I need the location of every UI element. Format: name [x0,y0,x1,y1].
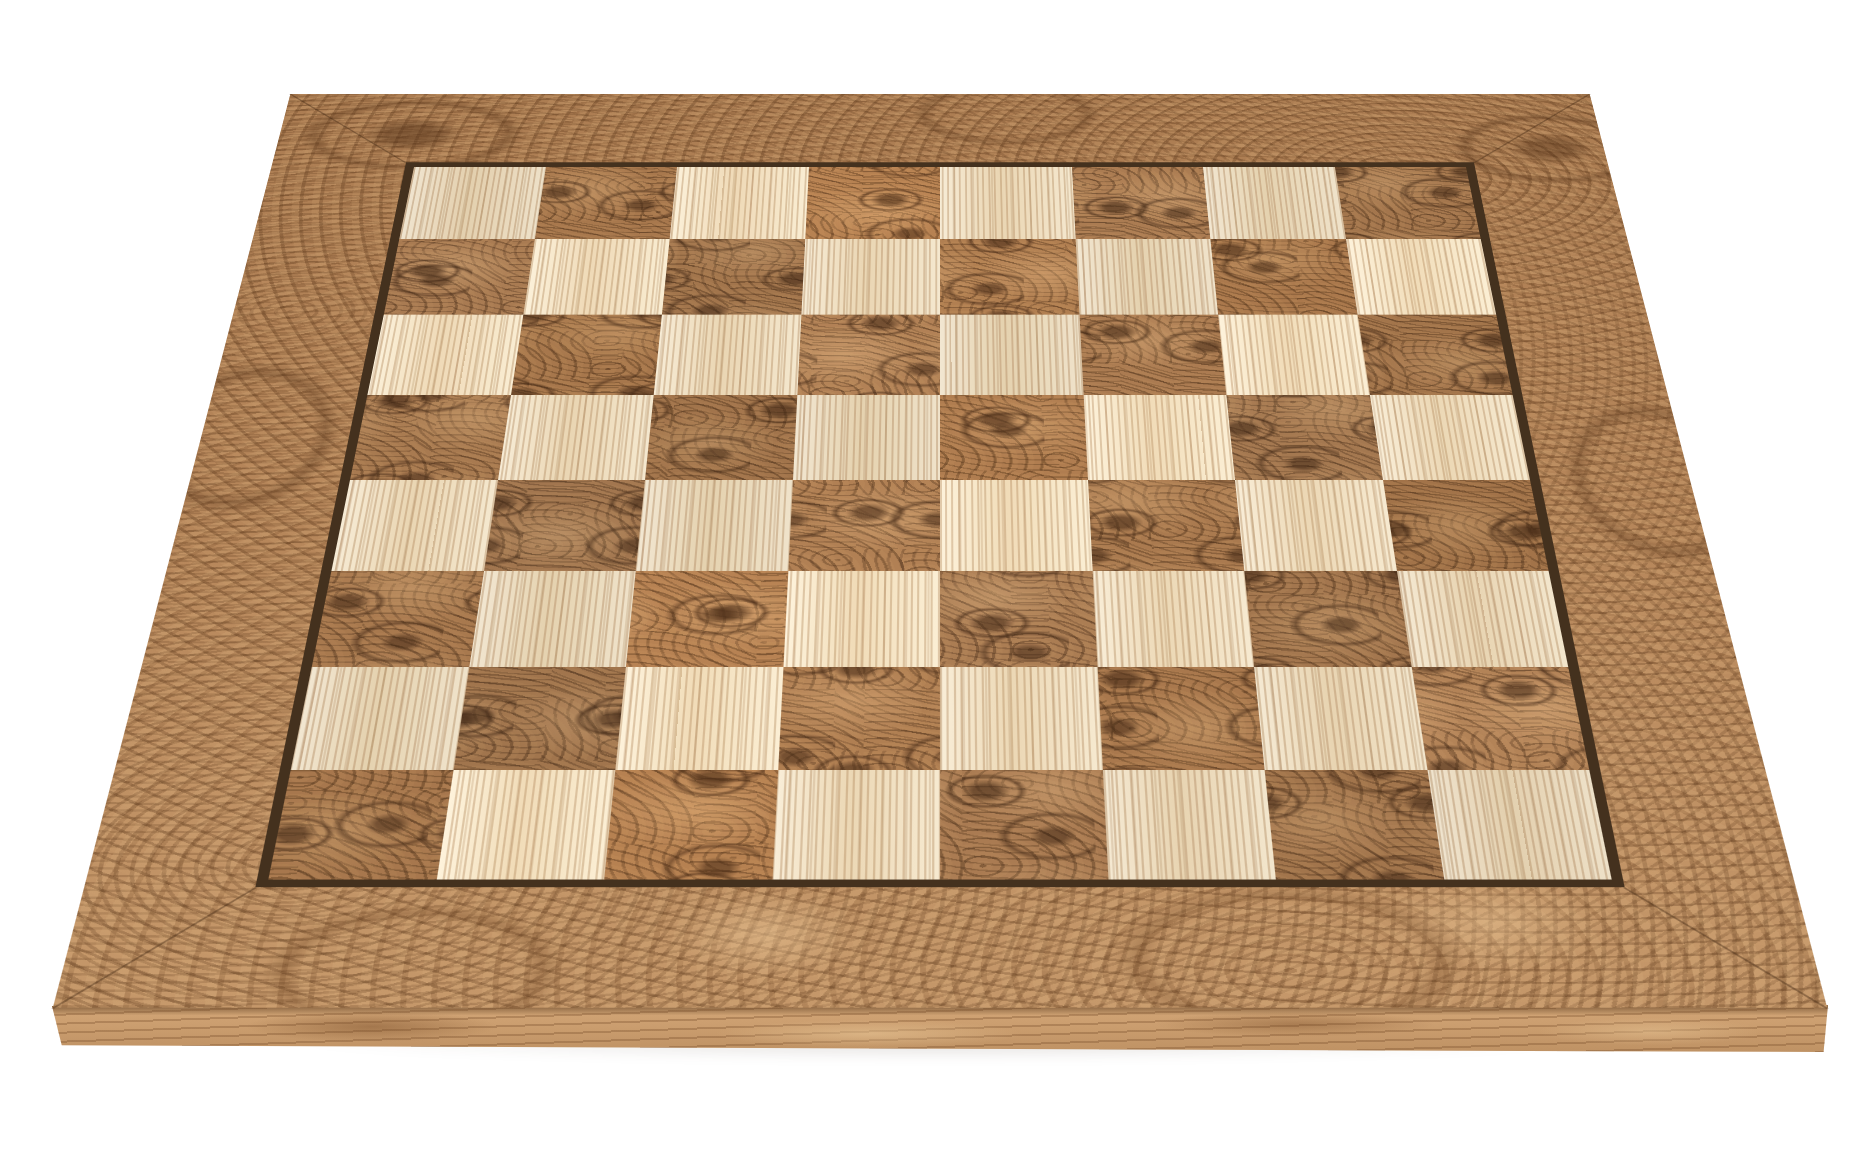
square-a3 [312,570,484,666]
square-h8 [1335,167,1481,239]
square-e4 [940,480,1092,570]
square-d8 [805,167,940,239]
square-c4 [636,480,793,570]
square-f8 [1072,167,1211,239]
frame-mitre-seam-bottom-right [1623,887,1828,1009]
chess-board [53,94,1827,1008]
square-f1 [1102,770,1276,880]
square-b8 [534,167,676,239]
square-b5 [498,395,654,480]
square-g4 [1235,480,1396,570]
square-e6 [940,315,1083,395]
square-b1 [436,770,615,880]
square-c2 [615,667,783,770]
square-h1 [1427,770,1612,880]
square-c3 [626,570,788,666]
square-d5 [793,395,941,480]
square-b6 [511,315,662,395]
square-g7 [1210,239,1357,315]
square-g6 [1218,315,1369,395]
square-a1 [268,770,453,880]
square-d6 [797,315,940,395]
square-g1 [1265,770,1444,880]
square-e7 [940,239,1079,315]
playing-field [255,162,1624,887]
square-a8 [399,167,545,239]
board-side-edge [52,1005,1828,1053]
frame-mitre-seam-top-right [1473,94,1591,164]
square-b2 [453,667,626,770]
frame-mitre-seam-top-left [290,94,408,164]
square-a6 [367,315,522,395]
square-d2 [778,667,940,770]
square-c1 [604,770,778,880]
square-d1 [772,770,940,880]
square-a4 [332,480,498,570]
square-f5 [1083,395,1235,480]
square-f2 [1097,667,1265,770]
square-h5 [1369,395,1530,480]
square-d4 [788,480,940,570]
square-e5 [940,395,1088,480]
square-f7 [1075,239,1218,315]
square-c6 [654,315,801,395]
square-h4 [1383,480,1549,570]
square-a7 [384,239,535,315]
square-h7 [1346,239,1497,315]
square-e8 [940,167,1075,239]
square-c5 [645,395,797,480]
square-d3 [783,570,940,666]
square-e2 [940,667,1102,770]
square-b7 [523,239,670,315]
square-h3 [1396,570,1568,666]
square-f4 [1088,480,1245,570]
square-a2 [291,667,469,770]
square-g2 [1254,667,1427,770]
square-e1 [940,770,1108,880]
square-g8 [1203,167,1345,239]
square-f3 [1092,570,1254,666]
square-h2 [1411,667,1589,770]
frame-mitre-seam-bottom-left [52,887,257,1009]
square-h6 [1357,315,1512,395]
square-g5 [1226,395,1382,480]
square-c7 [662,239,805,315]
square-c8 [670,167,809,239]
square-e3 [940,570,1097,666]
square-a5 [350,395,511,480]
product-photo-scene [0,0,1871,1158]
square-d7 [801,239,940,315]
square-b3 [469,570,636,666]
square-b4 [484,480,645,570]
square-f6 [1079,315,1226,395]
square-g3 [1244,570,1411,666]
